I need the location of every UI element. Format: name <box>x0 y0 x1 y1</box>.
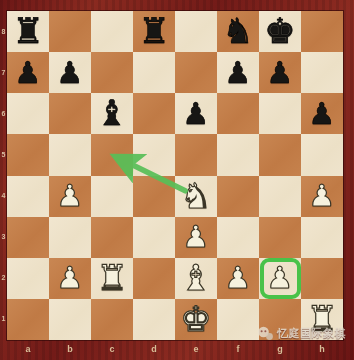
square-b2[interactable]: ♟ <box>49 258 91 299</box>
square-e7[interactable] <box>175 52 217 93</box>
piece-white-pawn-e3[interactable]: ♟ <box>175 217 217 258</box>
square-a7[interactable]: ♟ <box>7 52 49 93</box>
chess-board: ♜♜♞♚♟♟♟♟♝♟♟♟♞♟♟♟♜♝♟♟♚♜ <box>7 11 343 340</box>
square-c8[interactable] <box>91 11 133 52</box>
square-f7[interactable]: ♟ <box>217 52 259 93</box>
square-b7[interactable]: ♟ <box>49 52 91 93</box>
square-d2[interactable] <box>133 258 175 299</box>
file-label-d: d <box>148 344 160 354</box>
chess-board-frame: ♜♜♞♚♟♟♟♟♝♟♟♟♞♟♟♟♜♝♟♟♚♜ 87654321 abcdefgh… <box>0 0 354 360</box>
file-labels: abcdefgh <box>7 343 343 357</box>
square-g2[interactable]: ♟ <box>259 258 301 299</box>
rank-label-3: 3 <box>0 233 7 240</box>
rank-label-2: 2 <box>0 274 7 281</box>
file-label-c: c <box>106 344 118 354</box>
square-f5[interactable] <box>217 134 259 175</box>
square-a6[interactable] <box>7 93 49 134</box>
square-e1[interactable]: ♚ <box>175 299 217 340</box>
square-f3[interactable] <box>217 217 259 258</box>
rank-label-8: 8 <box>0 28 7 35</box>
piece-black-pawn-f7[interactable]: ♟ <box>217 52 259 93</box>
square-e4[interactable]: ♞ <box>175 176 217 217</box>
square-h7[interactable] <box>301 52 343 93</box>
square-d6[interactable] <box>133 93 175 134</box>
piece-white-bishop-e2[interactable]: ♝ <box>175 258 217 299</box>
piece-black-pawn-g7[interactable]: ♟ <box>259 52 301 93</box>
file-label-b: b <box>64 344 76 354</box>
piece-white-rook-c2[interactable]: ♜ <box>91 258 133 299</box>
file-label-e: e <box>190 344 202 354</box>
square-e8[interactable] <box>175 11 217 52</box>
rank-label-1: 1 <box>0 315 7 322</box>
square-g1[interactable] <box>259 299 301 340</box>
square-f1[interactable] <box>217 299 259 340</box>
square-b4[interactable]: ♟ <box>49 176 91 217</box>
rank-labels: 87654321 <box>0 11 7 340</box>
square-g6[interactable] <box>259 93 301 134</box>
piece-black-king-g8[interactable]: ♚ <box>259 11 301 52</box>
square-g7[interactable]: ♟ <box>259 52 301 93</box>
square-a2[interactable] <box>7 258 49 299</box>
square-g4[interactable] <box>259 176 301 217</box>
piece-black-bishop-c6[interactable]: ♝ <box>91 93 133 134</box>
piece-black-pawn-h6[interactable]: ♟ <box>301 93 343 134</box>
square-g3[interactable] <box>259 217 301 258</box>
piece-black-rook-a8[interactable]: ♜ <box>7 11 49 52</box>
square-c6[interactable]: ♝ <box>91 93 133 134</box>
square-e6[interactable]: ♟ <box>175 93 217 134</box>
square-d7[interactable] <box>133 52 175 93</box>
square-c1[interactable] <box>91 299 133 340</box>
square-h3[interactable] <box>301 217 343 258</box>
rank-label-6: 6 <box>0 110 7 117</box>
square-h6[interactable]: ♟ <box>301 93 343 134</box>
piece-white-king-e1[interactable]: ♚ <box>175 299 217 340</box>
piece-white-pawn-f2[interactable]: ♟ <box>217 258 259 299</box>
square-f6[interactable] <box>217 93 259 134</box>
square-g8[interactable]: ♚ <box>259 11 301 52</box>
rank-label-5: 5 <box>0 151 7 158</box>
piece-white-knight-e4[interactable]: ♞ <box>175 176 217 217</box>
rank-label-7: 7 <box>0 69 7 76</box>
square-b3[interactable] <box>49 217 91 258</box>
square-e3[interactable]: ♟ <box>175 217 217 258</box>
square-f2[interactable]: ♟ <box>217 258 259 299</box>
square-h4[interactable]: ♟ <box>301 176 343 217</box>
piece-black-pawn-a7[interactable]: ♟ <box>7 52 49 93</box>
piece-white-pawn-h4[interactable]: ♟ <box>301 176 343 217</box>
square-a4[interactable] <box>7 176 49 217</box>
piece-black-pawn-e6[interactable]: ♟ <box>175 93 217 134</box>
square-a5[interactable] <box>7 134 49 175</box>
rank-label-4: 4 <box>0 192 7 199</box>
square-h2[interactable] <box>301 258 343 299</box>
square-b8[interactable] <box>49 11 91 52</box>
piece-white-pawn-b2[interactable]: ♟ <box>49 258 91 299</box>
square-f4[interactable] <box>217 176 259 217</box>
file-label-h: h <box>316 344 328 354</box>
square-d3[interactable] <box>133 217 175 258</box>
square-d4[interactable] <box>133 176 175 217</box>
square-h8[interactable] <box>301 11 343 52</box>
square-h5[interactable] <box>301 134 343 175</box>
square-d1[interactable] <box>133 299 175 340</box>
square-g5[interactable] <box>259 134 301 175</box>
square-h1[interactable]: ♜ <box>301 299 343 340</box>
square-b1[interactable] <box>49 299 91 340</box>
square-e2[interactable]: ♝ <box>175 258 217 299</box>
square-e5[interactable] <box>175 134 217 175</box>
square-c4[interactable] <box>91 176 133 217</box>
square-c3[interactable] <box>91 217 133 258</box>
square-d5[interactable] <box>133 134 175 175</box>
square-d8[interactable]: ♜ <box>133 11 175 52</box>
piece-white-pawn-b4[interactable]: ♟ <box>49 176 91 217</box>
square-c7[interactable] <box>91 52 133 93</box>
square-f8[interactable]: ♞ <box>217 11 259 52</box>
square-a1[interactable] <box>7 299 49 340</box>
file-label-g: g <box>274 344 286 354</box>
piece-black-rook-d8[interactable]: ♜ <box>133 11 175 52</box>
piece-white-pawn-g2[interactable]: ♟ <box>259 258 301 299</box>
piece-black-knight-f8[interactable]: ♞ <box>217 11 259 52</box>
square-c2[interactable]: ♜ <box>91 258 133 299</box>
file-label-f: f <box>232 344 244 354</box>
file-label-a: a <box>22 344 34 354</box>
square-b6[interactable] <box>49 93 91 134</box>
square-c5[interactable] <box>91 134 133 175</box>
piece-white-rook-h1[interactable]: ♜ <box>301 299 343 340</box>
piece-black-pawn-b7[interactable]: ♟ <box>49 52 91 93</box>
square-a3[interactable] <box>7 217 49 258</box>
square-a8[interactable]: ♜ <box>7 11 49 52</box>
square-b5[interactable] <box>49 134 91 175</box>
